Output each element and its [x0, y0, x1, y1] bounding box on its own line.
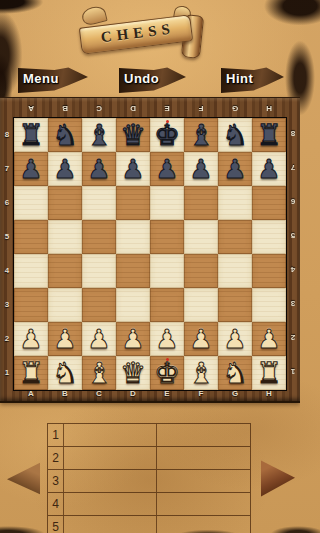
square-g1[interactable]: ♞ [218, 356, 252, 390]
white-knight: ♞ [48, 356, 82, 390]
title-banner: CHESS [78, 6, 214, 58]
white-move-cell [64, 470, 157, 492]
white-bishop: ♝ [82, 356, 116, 390]
black-king: ♚ [150, 118, 184, 152]
square-c7[interactable]: ♟ [82, 152, 116, 186]
white-pawn: ♟ [14, 322, 48, 356]
rank-label-left-2: 2 [0, 321, 14, 355]
square-d5[interactable] [116, 220, 150, 254]
square-h3[interactable] [252, 288, 286, 322]
square-f8[interactable]: ♝ [184, 118, 218, 152]
white-pawn: ♟ [48, 322, 82, 356]
square-d8[interactable]: ♛ [116, 118, 150, 152]
menu-button-label: Menu [23, 71, 59, 86]
square-h4[interactable] [252, 254, 286, 288]
black-pawn: ♟ [218, 152, 252, 186]
rank-label-left-3: 3 [0, 287, 14, 321]
move-number: 3 [48, 470, 64, 492]
undo-button[interactable]: Undo [119, 67, 186, 93]
move-row-1: 1 [48, 424, 250, 447]
square-c6[interactable] [82, 186, 116, 220]
square-a3[interactable] [14, 288, 48, 322]
black-bishop: ♝ [82, 118, 116, 152]
rank-label-right-7: 7 [286, 151, 300, 185]
next-move-arrow-icon[interactable] [261, 459, 295, 498]
black-pawn: ♟ [184, 152, 218, 186]
rank-label-left-5: 5 [0, 219, 14, 253]
move-number: 5 [48, 516, 64, 533]
black-bishop: ♝ [184, 118, 218, 152]
file-label-top-f: F [184, 102, 218, 114]
move-number: 1 [48, 424, 64, 446]
black-move-cell [157, 424, 250, 446]
square-f7[interactable]: ♟ [184, 152, 218, 186]
square-h2[interactable]: ♟ [252, 322, 286, 356]
square-h5[interactable] [252, 220, 286, 254]
square-e1[interactable]: ♚ [150, 356, 184, 390]
square-g5[interactable] [218, 220, 252, 254]
white-rook: ♜ [14, 356, 48, 390]
move-row-5: 5 [48, 516, 250, 533]
square-b4[interactable] [48, 254, 82, 288]
white-move-cell [64, 516, 157, 533]
chess-board-frame: ♜♞♝♛♚♝♞♜♟♟♟♟♟♟♟♟♟♟♟♟♟♟♟♟♜♞♝♛♚♝♞♜ [0, 97, 300, 403]
white-bishop: ♝ [184, 356, 218, 390]
black-pawn: ♟ [150, 152, 184, 186]
move-row-3: 3 [48, 470, 250, 493]
square-c3[interactable] [82, 288, 116, 322]
black-pawn: ♟ [48, 152, 82, 186]
square-f3[interactable] [184, 288, 218, 322]
board-squares: ♜♞♝♛♚♝♞♜♟♟♟♟♟♟♟♟♟♟♟♟♟♟♟♟♜♞♝♛♚♝♞♜ [14, 118, 286, 390]
file-label-bottom-c: C [82, 388, 116, 400]
move-list: 12345 [47, 423, 251, 533]
rank-label-left-7: 7 [0, 151, 14, 185]
rank-label-right-5: 5 [286, 219, 300, 253]
file-label-top-b: B [48, 102, 82, 114]
move-number: 4 [48, 493, 64, 515]
square-e3[interactable] [150, 288, 184, 322]
square-d2[interactable]: ♟ [116, 322, 150, 356]
rank-label-right-3: 3 [286, 287, 300, 321]
file-label-bottom-h: H [252, 388, 286, 400]
square-e4[interactable] [150, 254, 184, 288]
square-b2[interactable]: ♟ [48, 322, 82, 356]
square-f6[interactable] [184, 186, 218, 220]
file-label-top-h: H [252, 102, 286, 114]
black-move-cell [157, 447, 250, 469]
square-b7[interactable]: ♟ [48, 152, 82, 186]
black-knight: ♞ [48, 118, 82, 152]
undo-button-label: Undo [124, 71, 159, 86]
file-label-bottom-f: F [184, 388, 218, 400]
square-a5[interactable] [14, 220, 48, 254]
file-label-top-a: A [14, 102, 48, 114]
rank-label-right-1: 1 [286, 355, 300, 389]
white-move-cell [64, 447, 157, 469]
rank-label-left-1: 1 [0, 355, 14, 389]
hint-button[interactable]: Hint [221, 67, 284, 93]
square-e5[interactable] [150, 220, 184, 254]
square-e2[interactable]: ♟ [150, 322, 184, 356]
square-a6[interactable] [14, 186, 48, 220]
square-e6[interactable] [150, 186, 184, 220]
black-move-cell [157, 493, 250, 515]
square-f2[interactable]: ♟ [184, 322, 218, 356]
files-bottom: ABCDEFGH [14, 388, 286, 400]
move-row-2: 2 [48, 447, 250, 470]
square-d4[interactable] [116, 254, 150, 288]
square-g3[interactable] [218, 288, 252, 322]
square-d6[interactable] [116, 186, 150, 220]
black-pawn: ♟ [82, 152, 116, 186]
square-d7[interactable]: ♟ [116, 152, 150, 186]
square-g2[interactable]: ♟ [218, 322, 252, 356]
square-c5[interactable] [82, 220, 116, 254]
square-c8[interactable]: ♝ [82, 118, 116, 152]
file-label-bottom-g: G [218, 388, 252, 400]
file-label-top-g: G [218, 102, 252, 114]
files-top: ABCDEFGH [14, 102, 286, 114]
white-king: ♚ [150, 356, 184, 390]
black-pawn: ♟ [116, 152, 150, 186]
square-b3[interactable] [48, 288, 82, 322]
square-a8[interactable]: ♜ [14, 118, 48, 152]
square-g4[interactable] [218, 254, 252, 288]
square-d1[interactable]: ♛ [116, 356, 150, 390]
ranks-left: 87654321 [0, 117, 14, 389]
menu-button[interactable]: Menu [18, 67, 88, 93]
square-a2[interactable]: ♟ [14, 322, 48, 356]
rank-label-right-4: 4 [286, 253, 300, 287]
file-label-bottom-b: B [48, 388, 82, 400]
black-move-cell [157, 516, 250, 533]
white-move-cell [64, 424, 157, 446]
ranks-right: 87654321 [286, 117, 300, 389]
square-e8[interactable]: ♚ [150, 118, 184, 152]
white-pawn: ♟ [218, 322, 252, 356]
square-h6[interactable] [252, 186, 286, 220]
black-queen: ♛ [116, 118, 150, 152]
file-label-bottom-e: E [150, 388, 184, 400]
square-b8[interactable]: ♞ [48, 118, 82, 152]
black-rook: ♜ [252, 118, 286, 152]
square-g6[interactable] [218, 186, 252, 220]
black-pawn: ♟ [252, 152, 286, 186]
rank-label-left-6: 6 [0, 185, 14, 219]
square-b5[interactable] [48, 220, 82, 254]
banner-curl-icon [80, 4, 107, 26]
hint-button-label: Hint [226, 71, 253, 86]
white-rook: ♜ [252, 356, 286, 390]
square-f4[interactable] [184, 254, 218, 288]
black-pawn: ♟ [14, 152, 48, 186]
white-pawn: ♟ [184, 322, 218, 356]
square-b6[interactable] [48, 186, 82, 220]
move-number: 2 [48, 447, 64, 469]
file-label-top-d: D [116, 102, 150, 114]
move-row-4: 4 [48, 493, 250, 516]
square-h1[interactable]: ♜ [252, 356, 286, 390]
rank-label-right-2: 2 [286, 321, 300, 355]
square-b1[interactable]: ♞ [48, 356, 82, 390]
square-h8[interactable]: ♜ [252, 118, 286, 152]
white-move-cell [64, 493, 157, 515]
white-pawn: ♟ [82, 322, 116, 356]
square-e7[interactable]: ♟ [150, 152, 184, 186]
black-move-cell [157, 470, 250, 492]
white-queen: ♛ [116, 356, 150, 390]
square-g8[interactable]: ♞ [218, 118, 252, 152]
square-f5[interactable] [184, 220, 218, 254]
square-c2[interactable]: ♟ [82, 322, 116, 356]
white-pawn: ♟ [150, 322, 184, 356]
square-c1[interactable]: ♝ [82, 356, 116, 390]
square-f1[interactable]: ♝ [184, 356, 218, 390]
square-c4[interactable] [82, 254, 116, 288]
square-a7[interactable]: ♟ [14, 152, 48, 186]
rank-label-right-6: 6 [286, 185, 300, 219]
white-pawn: ♟ [252, 322, 286, 356]
rank-label-right-8: 8 [286, 117, 300, 151]
square-a1[interactable]: ♜ [14, 356, 48, 390]
file-label-top-e: E [150, 102, 184, 114]
file-label-bottom-d: D [116, 388, 150, 400]
square-g7[interactable]: ♟ [218, 152, 252, 186]
rank-label-left-8: 8 [0, 117, 14, 151]
square-h7[interactable]: ♟ [252, 152, 286, 186]
black-rook: ♜ [14, 118, 48, 152]
previous-move-arrow-icon[interactable] [7, 461, 40, 496]
square-a4[interactable] [14, 254, 48, 288]
black-knight: ♞ [218, 118, 252, 152]
square-d3[interactable] [116, 288, 150, 322]
white-pawn: ♟ [116, 322, 150, 356]
file-label-top-c: C [82, 102, 116, 114]
file-label-bottom-a: A [14, 388, 48, 400]
rank-label-left-4: 4 [0, 253, 14, 287]
white-knight: ♞ [218, 356, 252, 390]
